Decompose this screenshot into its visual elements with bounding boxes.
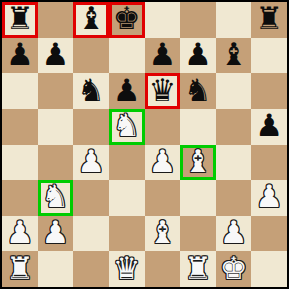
white-rook-icon: ♜	[6, 253, 34, 284]
square-c3[interactable]	[73, 180, 109, 216]
square-f4[interactable]: ♝	[180, 145, 216, 181]
square-g4[interactable]	[216, 145, 252, 181]
square-a7[interactable]: ♟	[2, 38, 38, 74]
white-king-icon: ♚	[220, 253, 248, 284]
square-e1[interactable]	[145, 251, 181, 287]
square-b1[interactable]	[38, 251, 74, 287]
square-f7[interactable]: ♟	[180, 38, 216, 74]
square-e6[interactable]: ♛	[145, 73, 181, 109]
square-f3[interactable]	[180, 180, 216, 216]
black-king-icon: ♚	[113, 3, 141, 34]
white-pawn-icon: ♟	[148, 146, 176, 177]
square-a6[interactable]	[2, 73, 38, 109]
black-pawn-icon: ♟	[113, 75, 141, 106]
white-pawn-icon: ♟	[255, 181, 283, 212]
white-queen-icon: ♛	[113, 253, 141, 284]
black-pawn-icon: ♟	[6, 39, 34, 70]
square-e7[interactable]: ♟	[145, 38, 181, 74]
black-rook-icon: ♜	[6, 3, 34, 34]
square-d2[interactable]	[109, 216, 145, 252]
white-pawn-icon: ♟	[77, 146, 105, 177]
white-bishop-icon: ♝	[184, 146, 212, 177]
square-d6[interactable]: ♟	[109, 73, 145, 109]
square-h5[interactable]: ♟	[251, 109, 287, 145]
white-knight-icon: ♞	[42, 181, 70, 212]
square-c8[interactable]: ♝	[73, 2, 109, 38]
square-b6[interactable]	[38, 73, 74, 109]
square-c1[interactable]	[73, 251, 109, 287]
square-g3[interactable]	[216, 180, 252, 216]
square-a2[interactable]: ♟	[2, 216, 38, 252]
square-a5[interactable]	[2, 109, 38, 145]
black-pawn-icon: ♟	[184, 39, 212, 70]
black-knight-icon: ♞	[77, 75, 105, 106]
square-e8[interactable]	[145, 2, 181, 38]
square-c4[interactable]: ♟	[73, 145, 109, 181]
square-e3[interactable]	[145, 180, 181, 216]
square-f5[interactable]	[180, 109, 216, 145]
square-g6[interactable]	[216, 73, 252, 109]
square-g2[interactable]: ♟	[216, 216, 252, 252]
black-bishop-icon: ♝	[77, 3, 105, 34]
square-e2[interactable]: ♝	[145, 216, 181, 252]
square-g7[interactable]: ♝	[216, 38, 252, 74]
square-c2[interactable]	[73, 216, 109, 252]
square-c5[interactable]	[73, 109, 109, 145]
square-h2[interactable]	[251, 216, 287, 252]
square-h8[interactable]: ♜	[251, 2, 287, 38]
square-b7[interactable]: ♟	[38, 38, 74, 74]
square-f8[interactable]	[180, 2, 216, 38]
white-pawn-icon: ♟	[220, 217, 248, 248]
square-d4[interactable]	[109, 145, 145, 181]
square-f2[interactable]	[180, 216, 216, 252]
white-pawn-icon: ♟	[6, 217, 34, 248]
square-a1[interactable]: ♜	[2, 251, 38, 287]
black-knight-icon: ♞	[184, 75, 212, 106]
square-g5[interactable]	[216, 109, 252, 145]
square-f6[interactable]: ♞	[180, 73, 216, 109]
square-a8[interactable]: ♜	[2, 2, 38, 38]
square-b4[interactable]	[38, 145, 74, 181]
square-e4[interactable]: ♟	[145, 145, 181, 181]
square-d8[interactable]: ♚	[109, 2, 145, 38]
black-bishop-icon: ♝	[220, 39, 248, 70]
square-c6[interactable]: ♞	[73, 73, 109, 109]
white-rook-icon: ♜	[184, 253, 212, 284]
square-d3[interactable]	[109, 180, 145, 216]
square-d1[interactable]: ♛	[109, 251, 145, 287]
square-f1[interactable]: ♜	[180, 251, 216, 287]
black-pawn-icon: ♟	[255, 110, 283, 141]
square-h3[interactable]: ♟	[251, 180, 287, 216]
square-g8[interactable]	[216, 2, 252, 38]
square-e5[interactable]	[145, 109, 181, 145]
black-rook-icon: ♜	[255, 3, 283, 34]
square-d5[interactable]: ♞	[109, 109, 145, 145]
square-b2[interactable]: ♟	[38, 216, 74, 252]
black-pawn-icon: ♟	[148, 39, 176, 70]
square-h7[interactable]	[251, 38, 287, 74]
square-h4[interactable]	[251, 145, 287, 181]
chess-board: ♜♝♚♜♟♟♟♟♝♞♟♛♞♞♟♟♟♝♞♟♟♟♝♟♜♛♜♚	[0, 0, 289, 289]
square-d7[interactable]	[109, 38, 145, 74]
square-a3[interactable]	[2, 180, 38, 216]
square-a4[interactable]	[2, 145, 38, 181]
white-bishop-icon: ♝	[148, 217, 176, 248]
square-b5[interactable]	[38, 109, 74, 145]
square-b3[interactable]: ♞	[38, 180, 74, 216]
square-h1[interactable]	[251, 251, 287, 287]
square-b8[interactable]	[38, 2, 74, 38]
square-g1[interactable]: ♚	[216, 251, 252, 287]
square-c7[interactable]	[73, 38, 109, 74]
square-h6[interactable]	[251, 73, 287, 109]
white-knight-icon: ♞	[113, 110, 141, 141]
black-queen-icon: ♛	[148, 75, 176, 106]
white-pawn-icon: ♟	[42, 217, 70, 248]
black-pawn-icon: ♟	[42, 39, 70, 70]
